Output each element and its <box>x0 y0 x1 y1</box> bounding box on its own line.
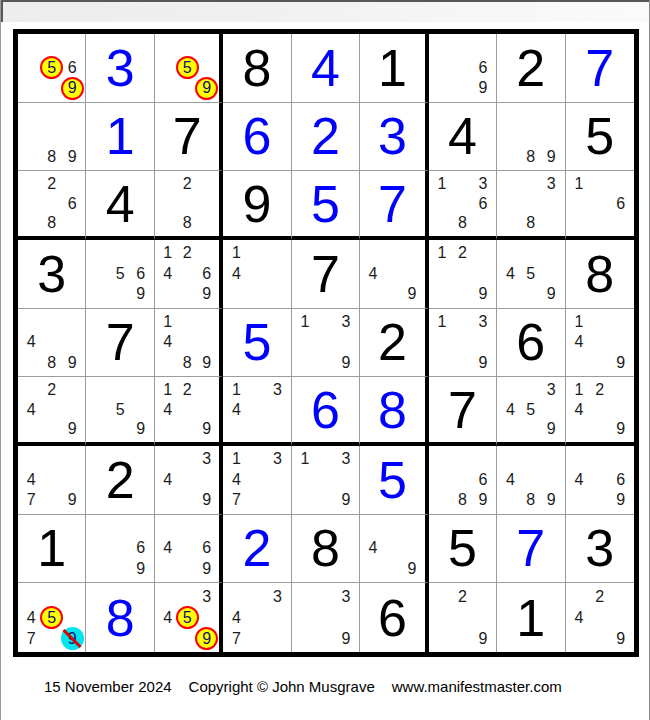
candidate-digit: 9 <box>197 284 216 305</box>
candidate-digit: 6 <box>130 538 150 559</box>
solved-digit: 7 <box>378 178 407 230</box>
candidate-digit: 6 <box>473 194 493 214</box>
cell-r8c8: 7 <box>497 515 565 584</box>
candidate-digit: 9 <box>336 353 356 374</box>
cell-r2c1: 89 <box>18 103 86 172</box>
candidate-digit: 4 <box>158 538 177 559</box>
cell-r1c7: 69 <box>429 34 497 103</box>
candidate-value: 9 <box>68 149 77 165</box>
cell-r1c8: 2 <box>497 34 565 103</box>
candidate-digit: 9 <box>402 284 421 305</box>
candidate-value: 1 <box>437 245 446 261</box>
candidate-digit: 2 <box>589 586 610 607</box>
candidate-digit: 1 <box>569 312 590 333</box>
candidate-value: 9 <box>342 492 351 508</box>
candidate-value: 4 <box>27 334 36 350</box>
candidate-value: 2 <box>595 382 604 398</box>
yellow-circle-highlight: 5 <box>177 607 196 628</box>
candidate-digit: 6 <box>197 538 216 559</box>
cell-r5c7: 139 <box>429 309 497 378</box>
candidate-digit: 6 <box>473 58 493 79</box>
cell-r3c7: 1368 <box>429 171 497 240</box>
cell-r4c4: 14 <box>223 240 291 309</box>
candidate-grid: 1249 <box>155 377 219 442</box>
candidate-value: 1 <box>575 382 584 398</box>
candidate-value: 3 <box>273 451 282 467</box>
candidate-grid: 349 <box>155 446 219 514</box>
given-digit: 1 <box>516 592 545 644</box>
candidate-grid: 149 <box>566 309 634 377</box>
candidate-digit: 5 <box>110 400 130 420</box>
candidate-grid: 139 <box>429 309 496 377</box>
yellow-circle-highlight: 9 <box>62 78 82 99</box>
candidate-grid: 28 <box>155 171 219 236</box>
cell-r3c3: 28 <box>155 171 223 240</box>
candidate-digit: 9 <box>130 419 150 439</box>
candidate-digit: 9 <box>541 147 561 168</box>
candidate-digit: 4 <box>500 470 520 491</box>
candidate-digit: 4 <box>226 470 246 491</box>
candidate-digit: 9 <box>473 628 493 649</box>
candidate-value: 8 <box>47 215 56 231</box>
cell-r3c4: 9 <box>223 171 291 240</box>
candidate-digit: 1 <box>226 243 246 264</box>
candidate-value: 4 <box>369 266 378 282</box>
candidate-digit: 1 <box>569 380 590 400</box>
cell-r6c5: 6 <box>292 377 360 446</box>
cell-r2c8: 89 <box>497 103 565 172</box>
candidate-value: 2 <box>458 589 467 605</box>
candidate-digit: 4 <box>569 332 590 353</box>
candidate-value: 5 <box>47 610 56 626</box>
candidate-digit: 9 <box>62 353 82 374</box>
cell-r1c3: 59 <box>155 34 223 103</box>
candidate-value: 4 <box>27 402 36 418</box>
candidate-value: 9 <box>202 492 211 508</box>
candidate-value: 8 <box>458 215 467 231</box>
cell-r6c2: 59 <box>86 377 154 446</box>
candidate-grid: 489 <box>497 446 564 514</box>
candidate-digit: 5 <box>521 400 541 420</box>
cell-r1c5: 4 <box>292 34 360 103</box>
candidate-value: 7 <box>232 631 241 647</box>
candidate-value: 6 <box>136 266 145 282</box>
candidate-grid: 4579 <box>18 583 85 652</box>
cell-r8c2: 69 <box>86 515 154 584</box>
cell-r3c1: 268 <box>18 171 86 240</box>
solved-digit: 2 <box>243 522 272 574</box>
candidate-value: 5 <box>183 60 192 76</box>
candidate-value: 2 <box>183 245 192 261</box>
candidate-digit: 8 <box>177 213 196 233</box>
cell-r4c1: 3 <box>18 240 86 309</box>
candidate-value: 8 <box>183 355 192 371</box>
candidate-value: 3 <box>342 589 351 605</box>
candidate-digit: 9 <box>62 147 82 168</box>
candidate-digit: 2 <box>177 380 196 400</box>
candidate-value: 4 <box>163 334 172 350</box>
candidate-value: 6 <box>616 196 625 212</box>
candidate-digit: 1 <box>432 174 452 194</box>
candidate-digit: 9 <box>197 353 216 374</box>
candidate-digit: 8 <box>521 213 541 233</box>
candidate-value: 3 <box>478 176 487 192</box>
candidate-value: 9 <box>202 561 211 577</box>
given-digit: 5 <box>585 110 614 162</box>
given-digit: 1 <box>37 522 66 574</box>
cell-r7c5: 139 <box>292 446 360 515</box>
cell-r4c8: 459 <box>497 240 565 309</box>
candidate-grid: 49 <box>360 515 424 583</box>
candidate-value: 1 <box>301 451 310 467</box>
given-digit: 3 <box>37 248 66 300</box>
given-digit: 7 <box>448 384 477 436</box>
candidate-value: 9 <box>616 631 625 647</box>
candidate-value: 8 <box>458 492 467 508</box>
given-digit: 1 <box>378 42 407 94</box>
candidate-digit: 4 <box>226 400 246 420</box>
cell-r3c2: 4 <box>86 171 154 240</box>
candidate-value: 4 <box>575 610 584 626</box>
candidate-value: 6 <box>68 196 77 212</box>
solved-digit: 4 <box>311 42 340 94</box>
candidate-value: 9 <box>547 149 556 165</box>
candidate-digit: 8 <box>452 213 472 233</box>
candidate-grid: 59 <box>155 34 219 102</box>
candidate-digit: 5 <box>521 264 541 285</box>
cell-r7c9: 469 <box>566 446 634 515</box>
candidate-value: 9 <box>478 631 487 647</box>
candidate-grid: 347 <box>223 583 290 652</box>
candidate-value: 6 <box>478 60 487 76</box>
given-digit: 2 <box>378 316 407 368</box>
candidate-value: 9 <box>478 492 487 508</box>
candidate-grid: 569 <box>18 34 85 102</box>
candidate-digit: 4 <box>226 607 246 628</box>
candidate-digit: 4 <box>21 470 41 491</box>
cell-r4c3: 12469 <box>155 240 223 309</box>
candidate-grid: 3459 <box>497 377 564 442</box>
cell-r9c7: 29 <box>429 583 497 652</box>
cell-r1c4: 8 <box>223 34 291 103</box>
candidate-value: 1 <box>163 382 172 398</box>
cell-r8c7: 5 <box>429 515 497 584</box>
candidate-value: 3 <box>547 176 556 192</box>
candidate-value: 6 <box>68 60 77 76</box>
candidate-grid: 139 <box>292 446 359 514</box>
candidate-digit: 9 <box>541 284 561 305</box>
candidate-digit: 4 <box>158 264 177 285</box>
candidate-digit: 4 <box>500 400 520 420</box>
cell-r7c4: 1347 <box>223 446 291 515</box>
candidate-value: 3 <box>342 314 351 330</box>
cell-r6c7: 7 <box>429 377 497 446</box>
candidate-digit: 9 <box>402 559 421 580</box>
copyright-text: Copyright © John Musgrave <box>189 678 375 695</box>
candidate-value: 1 <box>232 245 241 261</box>
candidate-value: 9 <box>407 561 416 577</box>
cell-r7c8: 489 <box>497 446 565 515</box>
candidate-value: 3 <box>202 451 211 467</box>
candidate-digit: 1 <box>295 312 315 333</box>
candidate-digit: 1 <box>158 243 177 264</box>
candidate-grid: 38 <box>497 171 564 236</box>
candidate-value: 4 <box>27 472 36 488</box>
cell-r5c3: 1489 <box>155 309 223 378</box>
yellow-circle-highlight: 5 <box>41 58 61 79</box>
cell-r6c6: 8 <box>360 377 428 446</box>
solved-digit: 5 <box>311 178 340 230</box>
cell-r9c4: 347 <box>223 583 291 652</box>
candidate-digit: 2 <box>177 174 196 194</box>
candidate-grid: 69 <box>429 34 496 102</box>
candidate-digit: 7 <box>21 628 41 649</box>
candidate-digit: 9 <box>610 628 631 649</box>
candidate-digit: 6 <box>473 470 493 491</box>
candidate-value: 1 <box>437 314 446 330</box>
candidate-digit: 2 <box>452 586 472 607</box>
solved-digit: 8 <box>378 384 407 436</box>
given-digit: 8 <box>311 522 340 574</box>
candidate-digit: 2 <box>177 243 196 264</box>
cell-r8c3: 469 <box>155 515 223 584</box>
candidate-digit: 9 <box>197 419 216 439</box>
candidate-value: 4 <box>163 610 172 626</box>
candidate-digit: 9 <box>610 490 631 511</box>
candidate-digit: 7 <box>226 490 246 511</box>
candidate-digit: 1 <box>158 380 177 400</box>
candidate-value: 7 <box>27 492 36 508</box>
candidate-value: 2 <box>183 176 192 192</box>
footer: 15 November 2024 Copyright © John Musgra… <box>44 678 562 695</box>
given-digit: 2 <box>106 454 135 506</box>
candidate-digit: 9 <box>610 419 631 439</box>
given-digit: 4 <box>106 178 135 230</box>
candidate-value: 9 <box>342 631 351 647</box>
cell-r3c5: 5 <box>292 171 360 240</box>
cell-r3c8: 38 <box>497 171 565 240</box>
candidate-digit: 9 <box>130 284 150 305</box>
candidate-digit: 2 <box>452 243 472 264</box>
candidate-digit: 1 <box>432 243 452 264</box>
candidate-digit: 4 <box>500 264 520 285</box>
candidate-digit: 4 <box>363 264 382 285</box>
cell-r7c3: 349 <box>155 446 223 515</box>
candidate-value: 4 <box>163 472 172 488</box>
candidate-digit: 9 <box>473 284 493 305</box>
candidate-value: 5 <box>526 266 535 282</box>
candidate-grid: 16 <box>566 171 634 236</box>
given-digit: 9 <box>243 178 272 230</box>
cell-r5c8: 6 <box>497 309 565 378</box>
candidate-value: 2 <box>458 245 467 261</box>
candidate-value: 4 <box>506 266 515 282</box>
candidate-value: 9 <box>478 355 487 371</box>
candidate-value: 4 <box>575 334 584 350</box>
candidate-value: 4 <box>163 540 172 556</box>
candidate-grid: 469 <box>155 515 219 583</box>
candidate-value: 4 <box>163 402 172 418</box>
cell-r9c6: 6 <box>360 583 428 652</box>
candidate-digit: 3 <box>197 449 216 470</box>
candidate-digit: 3 <box>473 312 493 333</box>
candidate-digit: 4 <box>569 607 590 628</box>
given-digit: 7 <box>106 316 135 368</box>
candidate-value: 3 <box>273 382 282 398</box>
cell-r5c4: 5 <box>223 309 291 378</box>
cell-r4c5: 7 <box>292 240 360 309</box>
candidate-digit: 2 <box>589 380 610 400</box>
candidate-value: 1 <box>575 314 584 330</box>
cell-r2c5: 2 <box>292 103 360 172</box>
candidate-digit: 4 <box>158 470 177 491</box>
solved-digit: 6 <box>243 110 272 162</box>
candidate-value: 7 <box>27 631 36 647</box>
candidate-value: 7 <box>232 492 241 508</box>
candidate-value: 4 <box>506 472 515 488</box>
candidate-digit: 3 <box>336 449 356 470</box>
candidate-value: 9 <box>68 492 77 508</box>
candidate-digit: 8 <box>521 147 541 168</box>
candidate-digit: 4 <box>158 607 177 628</box>
given-digit: 7 <box>173 110 202 162</box>
candidate-digit: 1 <box>295 449 315 470</box>
candidate-digit: 3 <box>473 174 493 194</box>
candidate-digit: 7 <box>21 490 41 511</box>
candidate-value: 9 <box>136 286 145 302</box>
candidate-value: 9 <box>202 421 211 437</box>
given-digit: 4 <box>448 110 477 162</box>
horizontal-scrollbar[interactable] <box>1 0 650 22</box>
candidate-digit: 9 <box>62 419 82 439</box>
candidate-digit: 4 <box>363 538 382 559</box>
candidate-value: 4 <box>232 610 241 626</box>
candidate-grid: 489 <box>18 309 85 377</box>
candidate-value: 9 <box>478 286 487 302</box>
candidate-digit: 9 <box>197 559 216 580</box>
candidate-value: 9 <box>616 492 625 508</box>
candidate-value: 1 <box>232 382 241 398</box>
candidate-digit: 3 <box>336 312 356 333</box>
cell-r2c9: 5 <box>566 103 634 172</box>
candidate-value: 5 <box>47 60 56 76</box>
candidate-digit: 9 <box>473 78 493 99</box>
cell-r7c2: 2 <box>86 446 154 515</box>
candidate-grid: 1368 <box>429 171 496 236</box>
candidate-value: 1 <box>163 314 172 330</box>
candidate-grid: 12469 <box>155 240 219 308</box>
candidate-value: 8 <box>183 215 192 231</box>
candidate-grid: 69 <box>86 515 153 583</box>
candidate-digit: 6 <box>610 470 631 491</box>
cell-r2c7: 4 <box>429 103 497 172</box>
candidate-digit: 2 <box>41 380 61 400</box>
cell-r6c4: 134 <box>223 377 291 446</box>
yellow-circle-highlight: 5 <box>41 607 61 628</box>
candidate-value: 5 <box>183 610 192 626</box>
candidate-value: 9 <box>68 80 77 96</box>
candidate-grid: 3459 <box>155 583 219 652</box>
puzzle-date: 15 November 2024 <box>44 678 172 695</box>
cell-r1c6: 1 <box>360 34 428 103</box>
candidate-value: 9 <box>202 80 211 96</box>
cell-r2c4: 6 <box>223 103 291 172</box>
candidate-value: 4 <box>506 402 515 418</box>
candidate-value: 2 <box>595 589 604 605</box>
cell-r9c8: 1 <box>497 583 565 652</box>
cell-r3c9: 16 <box>566 171 634 240</box>
cell-r6c8: 3459 <box>497 377 565 446</box>
candidate-grid: 1249 <box>566 377 634 442</box>
candidate-digit: 3 <box>336 586 356 607</box>
yellow-circle-highlight: 5 <box>177 58 196 79</box>
candidate-digit: 3 <box>541 174 561 194</box>
given-digit: 2 <box>516 42 545 94</box>
candidate-grid: 49 <box>360 240 424 308</box>
candidate-digit: 9 <box>473 353 493 374</box>
candidate-value: 4 <box>232 402 241 418</box>
candidate-grid: 249 <box>18 377 85 442</box>
candidate-digit: 3 <box>541 380 561 400</box>
candidate-grid: 29 <box>429 583 496 652</box>
candidate-grid: 1489 <box>155 309 219 377</box>
website-url: www.manifestmaster.com <box>392 678 562 695</box>
cell-r8c5: 8 <box>292 515 360 584</box>
candidate-value: 4 <box>575 402 584 418</box>
candidate-value: 8 <box>47 355 56 371</box>
candidate-value: 9 <box>202 286 211 302</box>
solved-digit: 6 <box>311 384 340 436</box>
cell-r5c5: 139 <box>292 309 360 378</box>
candidate-digit: 6 <box>130 264 150 285</box>
candidate-value: 8 <box>47 149 56 165</box>
cell-r8c1: 1 <box>18 515 86 584</box>
cell-r9c9: 249 <box>566 583 634 652</box>
candidate-value: 1 <box>437 176 446 192</box>
candidate-value: 6 <box>136 540 145 556</box>
candidate-value: 3 <box>202 589 211 605</box>
candidate-value: 3 <box>478 314 487 330</box>
cell-r4c6: 49 <box>360 240 428 309</box>
candidate-grid: 249 <box>566 583 634 652</box>
solved-digit: 3 <box>106 42 135 94</box>
candidate-grid: 469 <box>566 446 634 514</box>
candidate-value: 9 <box>616 421 625 437</box>
candidate-value: 3 <box>342 451 351 467</box>
candidate-value: 9 <box>68 631 77 647</box>
candidate-grid: 89 <box>497 103 564 171</box>
candidate-digit: 3 <box>267 380 287 400</box>
cell-r7c7: 689 <box>429 446 497 515</box>
candidate-value: 6 <box>202 266 211 282</box>
given-digit: 8 <box>585 248 614 300</box>
candidate-grid: 14 <box>223 240 290 308</box>
candidate-digit: 9 <box>473 490 493 511</box>
solved-digit: 7 <box>516 522 545 574</box>
cell-r8c4: 2 <box>223 515 291 584</box>
cell-r2c2: 1 <box>86 103 154 172</box>
candidate-digit: 4 <box>226 264 246 285</box>
solved-digit: 5 <box>243 316 272 368</box>
candidate-value: 5 <box>116 266 125 282</box>
candidate-value: 9 <box>68 421 77 437</box>
candidate-value: 8 <box>526 215 535 231</box>
solved-digit: 8 <box>106 592 135 644</box>
candidate-grid: 689 <box>429 446 496 514</box>
candidate-grid: 134 <box>223 377 290 442</box>
candidate-digit: 1 <box>432 312 452 333</box>
cell-r9c3: 3459 <box>155 583 223 652</box>
